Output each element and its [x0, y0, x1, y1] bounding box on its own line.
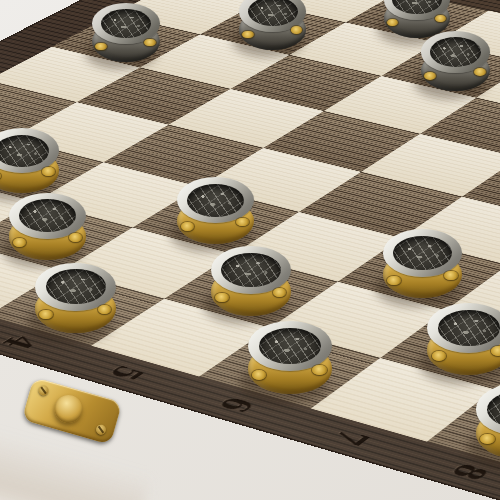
checker-gold[interactable] [248, 321, 332, 398]
medallion-icon [69, 233, 82, 242]
checker-gold[interactable] [9, 193, 86, 264]
checker-gold[interactable] [35, 263, 116, 338]
medallion-icon [242, 31, 253, 39]
medallion-icon [42, 167, 55, 176]
piece-relief-interior [438, 310, 499, 346]
screw-icon [37, 384, 49, 396]
piece-relief-interior [430, 37, 481, 67]
medallion-icon [13, 238, 26, 247]
medallion-icon [252, 370, 266, 380]
medallion-icon [444, 271, 457, 280]
checker-silver[interactable] [239, 0, 306, 53]
checkers-photo-scene: 45678 [0, 0, 500, 500]
medallion-icon [215, 293, 229, 302]
checker-gold[interactable] [427, 303, 500, 379]
medallion-icon [432, 351, 446, 361]
checker-gold[interactable] [383, 229, 462, 302]
piece-relief-interior [259, 328, 321, 364]
medallion-icon [312, 365, 326, 375]
medallion-icon [144, 39, 156, 47]
checker-gold[interactable] [177, 177, 254, 248]
checker-gold[interactable] [211, 246, 291, 320]
checker-silver[interactable] [421, 31, 490, 95]
piece-relief-interior [187, 184, 244, 217]
piece-relief-interior [101, 9, 151, 38]
piece-relief-interior [248, 0, 298, 26]
checker-gold[interactable] [476, 383, 500, 463]
medallion-icon [424, 72, 436, 80]
piece-relief-interior [221, 253, 280, 287]
checker-silver[interactable] [92, 3, 160, 66]
latch-knob-button[interactable] [51, 392, 86, 427]
medallion-icon [387, 276, 400, 285]
checker-gold[interactable] [0, 128, 59, 196]
medallion-icon [474, 68, 486, 76]
piece-relief-interior [46, 269, 106, 304]
medallion-icon [491, 346, 500, 356]
screw-icon [95, 423, 107, 435]
piece-relief-interior [0, 135, 49, 167]
